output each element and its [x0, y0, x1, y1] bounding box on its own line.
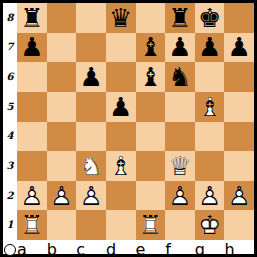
square-h6[interactable] [224, 62, 254, 92]
black-pawn-piece[interactable]: ♟ [165, 33, 195, 63]
white-piece-outline: ♗ [195, 92, 225, 122]
square-c3[interactable]: ♞♘ [76, 151, 106, 181]
square-e2[interactable] [136, 181, 166, 211]
square-c5[interactable] [76, 92, 106, 122]
white-pawn-piece[interactable]: ♟♙ [224, 181, 254, 211]
square-c8[interactable] [76, 3, 106, 33]
black-bishop-piece[interactable]: ♝ [136, 62, 166, 92]
square-e5[interactable] [136, 92, 166, 122]
square-a1[interactable]: ♜♖ [17, 210, 47, 240]
white-piece-outline: ♙ [76, 181, 106, 211]
square-g7[interactable]: ♟ [195, 33, 225, 63]
black-pawn-piece[interactable]: ♟ [17, 33, 47, 63]
square-b8[interactable] [47, 3, 77, 33]
square-e3[interactable] [136, 151, 166, 181]
square-c2[interactable]: ♟♙ [76, 181, 106, 211]
white-piece-outline: ♙ [17, 181, 47, 211]
square-d2[interactable] [106, 181, 136, 211]
white-pawn-piece[interactable]: ♟♙ [165, 181, 195, 211]
square-e1[interactable]: ♜♖ [136, 210, 166, 240]
square-b2[interactable]: ♟♙ [47, 181, 77, 211]
square-f5[interactable] [165, 92, 195, 122]
white-rook-piece[interactable]: ♜♖ [17, 210, 47, 240]
rank-label-3: 3 [3, 151, 17, 181]
square-b7[interactable] [47, 33, 77, 63]
square-a4[interactable] [17, 122, 47, 152]
white-queen-piece[interactable]: ♛♕ [165, 151, 195, 181]
square-f7[interactable]: ♟ [165, 33, 195, 63]
white-rook-piece[interactable]: ♜♖ [136, 210, 166, 240]
white-piece-outline: ♖ [136, 210, 166, 240]
square-e7[interactable]: ♝ [136, 33, 166, 63]
white-knight-piece[interactable]: ♞♘ [76, 151, 106, 181]
square-d7[interactable] [106, 33, 136, 63]
rank-label-4: 4 [3, 122, 17, 152]
white-piece-outline: ♘ [76, 151, 106, 181]
square-g6[interactable] [195, 62, 225, 92]
black-knight-piece[interactable]: ♞ [165, 62, 195, 92]
square-a8[interactable]: ♜ [17, 3, 47, 33]
black-queen-piece[interactable]: ♛ [106, 3, 136, 33]
white-to-move-indicator [4, 244, 16, 256]
black-rook-piece[interactable]: ♜ [165, 3, 195, 33]
black-pawn-piece[interactable]: ♟ [76, 62, 106, 92]
black-pawn-piece[interactable]: ♟ [195, 33, 225, 63]
rank-label-2: 2 [3, 181, 17, 211]
black-king-piece[interactable]: ♚ [195, 3, 225, 33]
bottom-row: abcdefgh [3, 240, 254, 254]
square-f6[interactable]: ♞ [165, 62, 195, 92]
square-h2[interactable]: ♟♙ [224, 181, 254, 211]
file-label-c: c [76, 240, 106, 257]
black-bishop-piece[interactable]: ♝ [136, 33, 166, 63]
file-label-b: b [47, 240, 77, 257]
square-h4[interactable] [224, 122, 254, 152]
square-f4[interactable] [165, 122, 195, 152]
square-c7[interactable] [76, 33, 106, 63]
rank-label-8: 8 [3, 3, 17, 33]
square-g8[interactable]: ♚ [195, 3, 225, 33]
black-rook-piece[interactable]: ♜ [17, 3, 47, 33]
rank-label-1: 1 [3, 210, 17, 240]
square-f8[interactable]: ♜ [165, 3, 195, 33]
white-piece-outline: ♗ [106, 151, 136, 181]
square-h1[interactable] [224, 210, 254, 240]
square-e4[interactable] [136, 122, 166, 152]
white-pawn-piece[interactable]: ♟♙ [47, 181, 77, 211]
square-f3[interactable]: ♛♕ [165, 151, 195, 181]
rank-label-5: 5 [3, 92, 17, 122]
square-h5[interactable] [224, 92, 254, 122]
square-f2[interactable]: ♟♙ [165, 181, 195, 211]
square-b3[interactable] [47, 151, 77, 181]
white-piece-outline: ♙ [195, 181, 225, 211]
square-b6[interactable] [47, 62, 77, 92]
white-piece-outline: ♔ [195, 210, 225, 240]
file-label-d: d [106, 240, 136, 257]
square-g1[interactable]: ♚♔ [195, 210, 225, 240]
square-d1[interactable] [106, 210, 136, 240]
square-c6[interactable]: ♟ [76, 62, 106, 92]
square-g5[interactable]: ♝♗ [195, 92, 225, 122]
square-a3[interactable] [17, 151, 47, 181]
rank-label-7: 7 [3, 33, 17, 63]
black-pawn-piece[interactable]: ♟ [106, 92, 136, 122]
rank-labels: 87654321 [3, 3, 17, 240]
square-b1[interactable] [47, 210, 77, 240]
square-h8[interactable] [224, 3, 254, 33]
white-piece-outline: ♙ [165, 181, 195, 211]
square-b4[interactable] [47, 122, 77, 152]
file-label-h: h [224, 240, 254, 257]
file-label-a: a [17, 240, 47, 257]
square-f1[interactable] [165, 210, 195, 240]
white-pawn-piece[interactable]: ♟♙ [17, 181, 47, 211]
square-c4[interactable] [76, 122, 106, 152]
white-piece-outline: ♖ [17, 210, 47, 240]
white-bishop-piece[interactable]: ♝♗ [195, 92, 225, 122]
board: ♜♛♜♚♟♝♟♟♟♟♝♞♟♝♗♞♘♝♗♛♕♟♙♟♙♟♙♟♙♟♙♟♙♜♖♜♖♚♔ [17, 3, 254, 240]
white-pawn-piece[interactable]: ♟♙ [76, 181, 106, 211]
square-a5[interactable] [17, 92, 47, 122]
chess-diagram: 87654321 ♜♛♜♚♟♝♟♟♟♟♝♞♟♝♗♞♘♝♗♛♕♟♙♟♙♟♙♟♙♟♙… [0, 0, 257, 257]
white-king-piece[interactable]: ♚♔ [195, 210, 225, 240]
white-pawn-piece[interactable]: ♟♙ [195, 181, 225, 211]
black-pawn-piece[interactable]: ♟ [224, 33, 254, 63]
square-e8[interactable] [136, 3, 166, 33]
white-piece-outline: ♙ [47, 181, 77, 211]
rank-label-6: 6 [3, 62, 17, 92]
file-label-e: e [136, 240, 166, 257]
square-g4[interactable] [195, 122, 225, 152]
square-g2[interactable]: ♟♙ [195, 181, 225, 211]
white-bishop-piece[interactable]: ♝♗ [106, 151, 136, 181]
square-h3[interactable] [224, 151, 254, 181]
file-label-f: f [165, 240, 195, 257]
file-label-g: g [195, 240, 225, 257]
square-d5[interactable]: ♟ [106, 92, 136, 122]
square-d4[interactable] [106, 122, 136, 152]
square-a2[interactable]: ♟♙ [17, 181, 47, 211]
square-d3[interactable]: ♝♗ [106, 151, 136, 181]
diagram-inner: 87654321 ♜♛♜♚♟♝♟♟♟♟♝♞♟♝♗♞♘♝♗♛♕♟♙♟♙♟♙♟♙♟♙… [3, 3, 254, 254]
square-h7[interactable]: ♟ [224, 33, 254, 63]
square-b5[interactable] [47, 92, 77, 122]
white-piece-outline: ♙ [224, 181, 254, 211]
square-a7[interactable]: ♟ [17, 33, 47, 63]
square-d8[interactable]: ♛ [106, 3, 136, 33]
white-piece-outline: ♕ [165, 151, 195, 181]
square-c1[interactable] [76, 210, 106, 240]
square-d6[interactable] [106, 62, 136, 92]
square-g3[interactable] [195, 151, 225, 181]
square-a6[interactable] [17, 62, 47, 92]
square-e6[interactable]: ♝ [136, 62, 166, 92]
